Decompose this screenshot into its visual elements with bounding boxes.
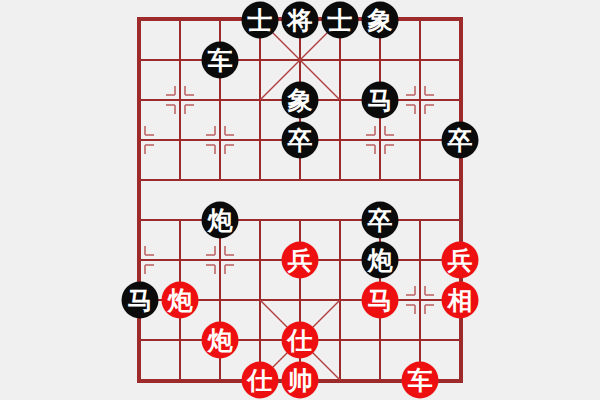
piece-black-cannon[interactable]: 炮 (202, 202, 239, 239)
piece-red-general[interactable]: 帅 (282, 362, 319, 399)
piece-red-advisor[interactable]: 仕 (282, 322, 319, 359)
piece-black-elephant[interactable]: 象 (362, 2, 399, 39)
piece-black-horse[interactable]: 马 (362, 82, 399, 119)
piece-black-advisor[interactable]: 士 (242, 2, 279, 39)
piece-black-elephant[interactable]: 象 (282, 82, 319, 119)
piece-red-soldier[interactable]: 兵 (442, 242, 479, 279)
piece-black-cannon[interactable]: 炮 (362, 242, 399, 279)
piece-red-chariot[interactable]: 车 (402, 362, 439, 399)
xiangqi-board: 士将士象车象马卒卒炮卒兵炮兵马炮马相炮仕仕帅车 (0, 0, 600, 400)
piece-red-horse[interactable]: 马 (362, 282, 399, 319)
piece-black-general[interactable]: 将 (282, 2, 319, 39)
piece-black-horse[interactable]: 马 (122, 282, 159, 319)
piece-black-advisor[interactable]: 士 (322, 2, 359, 39)
piece-red-soldier[interactable]: 兵 (282, 242, 319, 279)
piece-red-cannon[interactable]: 炮 (202, 322, 239, 359)
piece-red-advisor[interactable]: 仕 (242, 362, 279, 399)
piece-black-chariot[interactable]: 车 (202, 42, 239, 79)
piece-black-soldier[interactable]: 卒 (362, 202, 399, 239)
piece-red-cannon[interactable]: 炮 (162, 282, 199, 319)
piece-black-soldier[interactable]: 卒 (442, 122, 479, 159)
piece-red-elephant[interactable]: 相 (442, 282, 479, 319)
piece-black-soldier[interactable]: 卒 (282, 122, 319, 159)
